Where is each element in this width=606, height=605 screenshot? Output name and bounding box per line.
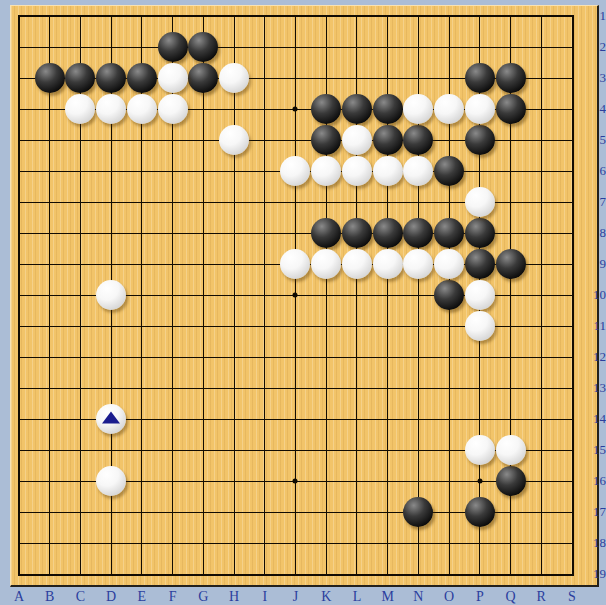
row-label-13: 13 (592, 381, 606, 395)
stone-black-Q9 (496, 249, 526, 279)
stone-black-Q16 (496, 466, 526, 496)
col-label-C: C (69, 589, 91, 605)
stone-white-J9 (280, 249, 310, 279)
stone-white-N4 (403, 94, 433, 124)
col-label-F: F (162, 589, 184, 605)
stone-white-J6 (280, 156, 310, 186)
stone-white-D14 (96, 404, 126, 434)
stone-white-O9 (434, 249, 464, 279)
stone-black-D3 (96, 63, 126, 93)
col-label-R: R (530, 589, 552, 605)
stone-black-O8 (434, 218, 464, 248)
row-label-11: 11 (592, 319, 606, 333)
col-label-I: I (254, 589, 276, 605)
stone-black-F2 (158, 32, 188, 62)
stone-black-K8 (311, 218, 341, 248)
row-label-12: 12 (592, 350, 606, 364)
row-label-15: 15 (592, 443, 606, 457)
stone-white-L9 (342, 249, 372, 279)
star-point (293, 293, 298, 298)
col-label-L: L (346, 589, 368, 605)
stone-black-M5 (373, 125, 403, 155)
stone-black-N8 (403, 218, 433, 248)
stone-black-O6 (434, 156, 464, 186)
stone-black-G2 (188, 32, 218, 62)
star-point (477, 479, 482, 484)
stone-white-K9 (311, 249, 341, 279)
col-label-N: N (407, 589, 429, 605)
row-label-2: 2 (592, 40, 606, 54)
row-label-1: 1 (592, 9, 606, 23)
col-label-G: G (192, 589, 214, 605)
stone-white-M9 (373, 249, 403, 279)
row-label-7: 7 (592, 195, 606, 209)
stone-white-E4 (127, 94, 157, 124)
stone-black-B3 (35, 63, 65, 93)
stone-black-P5 (465, 125, 495, 155)
stone-white-H5 (219, 125, 249, 155)
stone-black-E3 (127, 63, 157, 93)
stone-black-Q4 (496, 94, 526, 124)
stone-white-N9 (403, 249, 433, 279)
stone-white-P7 (465, 187, 495, 217)
stone-white-N6 (403, 156, 433, 186)
row-label-16: 16 (592, 474, 606, 488)
stone-white-L5 (342, 125, 372, 155)
stone-white-D10 (96, 280, 126, 310)
stone-black-P3 (465, 63, 495, 93)
col-label-Q: Q (500, 589, 522, 605)
stone-black-P9 (465, 249, 495, 279)
star-point (293, 107, 298, 112)
stone-black-G3 (188, 63, 218, 93)
triangle-marker (102, 412, 120, 424)
stone-white-P15 (465, 435, 495, 465)
col-label-J: J (284, 589, 306, 605)
col-label-H: H (223, 589, 245, 605)
star-point (293, 479, 298, 484)
stone-black-Q3 (496, 63, 526, 93)
stone-white-P4 (465, 94, 495, 124)
stone-white-K6 (311, 156, 341, 186)
stone-white-P10 (465, 280, 495, 310)
row-label-3: 3 (592, 71, 606, 85)
stone-white-P11 (465, 311, 495, 341)
col-label-E: E (131, 589, 153, 605)
col-label-O: O (438, 589, 460, 605)
stone-black-N5 (403, 125, 433, 155)
stone-black-M4 (373, 94, 403, 124)
stone-white-L6 (342, 156, 372, 186)
row-label-18: 18 (592, 536, 606, 550)
col-label-M: M (377, 589, 399, 605)
stone-white-F4 (158, 94, 188, 124)
stone-black-P17 (465, 497, 495, 527)
stone-black-L8 (342, 218, 372, 248)
stone-black-L4 (342, 94, 372, 124)
row-label-4: 4 (592, 102, 606, 116)
row-label-6: 6 (592, 164, 606, 178)
stone-black-P8 (465, 218, 495, 248)
row-label-10: 10 (592, 288, 606, 302)
col-label-B: B (39, 589, 61, 605)
row-label-17: 17 (592, 505, 606, 519)
row-label-8: 8 (592, 226, 606, 240)
stone-black-N17 (403, 497, 433, 527)
stone-white-H3 (219, 63, 249, 93)
stone-white-C4 (65, 94, 95, 124)
stone-black-O10 (434, 280, 464, 310)
col-label-P: P (469, 589, 491, 605)
stone-white-O4 (434, 94, 464, 124)
col-label-S: S (561, 589, 583, 605)
stone-black-K4 (311, 94, 341, 124)
row-label-5: 5 (592, 133, 606, 147)
stone-white-D4 (96, 94, 126, 124)
col-label-K: K (315, 589, 337, 605)
stone-white-Q15 (496, 435, 526, 465)
row-label-9: 9 (592, 257, 606, 271)
go-board[interactable]: ABCDEFGHIJKLMNOPQRS 12345678910111213141… (0, 0, 606, 605)
stone-white-M6 (373, 156, 403, 186)
row-label-19: 19 (592, 567, 606, 581)
stone-black-K5 (311, 125, 341, 155)
row-label-14: 14 (592, 412, 606, 426)
stone-white-F3 (158, 63, 188, 93)
stone-white-D16 (96, 466, 126, 496)
stone-black-C3 (65, 63, 95, 93)
col-label-D: D (100, 589, 122, 605)
stone-black-M8 (373, 218, 403, 248)
col-label-A: A (8, 589, 30, 605)
